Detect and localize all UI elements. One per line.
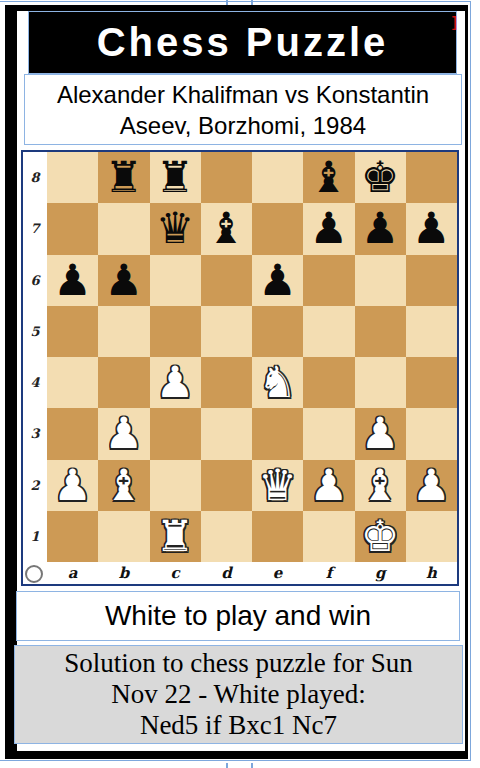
board-grid: 8♜♜♝♚7♛♝♟♟♟6♟♟♟54♟♞3♟♟2♟♝♛♟♝♟1♜♚abcdefgh bbox=[23, 152, 457, 584]
rank-label-2: 2 bbox=[23, 460, 47, 511]
black-pawn-g7: ♟ bbox=[361, 207, 400, 250]
square-a7 bbox=[47, 203, 98, 254]
file-label-c: c bbox=[150, 562, 201, 584]
rank-label-8: 8 bbox=[23, 152, 47, 203]
white-bishop-g2: ♝ bbox=[361, 464, 400, 507]
square-g8: ♚ bbox=[355, 152, 406, 203]
black-bishop-f8: ♝ bbox=[310, 156, 349, 199]
square-d5 bbox=[201, 306, 252, 357]
square-d7: ♝ bbox=[201, 203, 252, 254]
rank-label-7: 7 bbox=[23, 203, 47, 254]
white-knight-e4: ♞ bbox=[258, 361, 297, 404]
square-e5 bbox=[252, 306, 303, 357]
rank-label-5: 5 bbox=[23, 306, 47, 357]
file-label-f: f bbox=[303, 562, 354, 584]
square-c6 bbox=[150, 255, 201, 306]
square-e3 bbox=[252, 408, 303, 459]
file-label-b: b bbox=[98, 562, 149, 584]
square-g7: ♟ bbox=[355, 203, 406, 254]
prompt-text: White to play and win bbox=[105, 600, 371, 632]
square-g3: ♟ bbox=[355, 408, 406, 459]
file-label-g: g bbox=[355, 562, 406, 584]
solution-box: Solution to chess puzzle for Sun Nov 22 … bbox=[14, 645, 463, 744]
square-h1 bbox=[406, 511, 457, 562]
square-e4: ♞ bbox=[252, 357, 303, 408]
chess-board: 8♜♜♝♚7♛♝♟♟♟6♟♟♟54♟♞3♟♟2♟♝♛♟♝♟1♜♚abcdefgh bbox=[21, 150, 459, 586]
square-h7: ♟ bbox=[406, 203, 457, 254]
square-a6: ♟ bbox=[47, 255, 98, 306]
square-c7: ♛ bbox=[150, 203, 201, 254]
black-pawn-f7: ♟ bbox=[310, 207, 349, 250]
selection-handle-bottom-right bbox=[251, 763, 253, 768]
rank-label-6: 6 bbox=[23, 255, 47, 306]
black-rook-c8: ♜ bbox=[156, 156, 195, 199]
square-e2: ♛ bbox=[252, 460, 303, 511]
square-f5 bbox=[303, 306, 354, 357]
square-b5 bbox=[98, 306, 149, 357]
square-d8 bbox=[201, 152, 252, 203]
square-f2: ♟ bbox=[303, 460, 354, 511]
file-label-h: h bbox=[406, 562, 457, 584]
puzzle-card: Chess Puzzle ] Alexander Khalifman vs Ko… bbox=[0, 0, 480, 768]
square-e7 bbox=[252, 203, 303, 254]
black-pawn-h7: ♟ bbox=[412, 207, 451, 250]
white-queen-e2: ♛ bbox=[258, 464, 297, 507]
white-pawn-c4: ♟ bbox=[156, 361, 195, 404]
square-b7 bbox=[98, 203, 149, 254]
square-d4 bbox=[201, 357, 252, 408]
red-artifact-mark: ] bbox=[452, 13, 457, 30]
file-label-d: d bbox=[201, 562, 252, 584]
square-f7: ♟ bbox=[303, 203, 354, 254]
square-b6: ♟ bbox=[98, 255, 149, 306]
square-c3 bbox=[150, 408, 201, 459]
square-e1 bbox=[252, 511, 303, 562]
black-queen-c7: ♛ bbox=[156, 207, 195, 250]
title-banner: Chess Puzzle bbox=[28, 11, 457, 74]
white-pawn-f2: ♟ bbox=[310, 464, 349, 507]
square-h6 bbox=[406, 255, 457, 306]
square-d6 bbox=[201, 255, 252, 306]
square-h2: ♟ bbox=[406, 460, 457, 511]
subtitle-line-1: Alexander Khalifman vs Konstantin bbox=[57, 79, 429, 110]
square-b2: ♝ bbox=[98, 460, 149, 511]
square-g2: ♝ bbox=[355, 460, 406, 511]
square-g4 bbox=[355, 357, 406, 408]
square-e8 bbox=[252, 152, 303, 203]
white-pawn-b3: ♟ bbox=[105, 412, 144, 455]
rank-label-1: 1 bbox=[23, 511, 47, 562]
square-h5 bbox=[406, 306, 457, 357]
square-d2 bbox=[201, 460, 252, 511]
square-f6 bbox=[303, 255, 354, 306]
black-pawn-e6: ♟ bbox=[258, 259, 297, 302]
prompt-box: White to play and win bbox=[16, 591, 460, 641]
square-f1 bbox=[303, 511, 354, 562]
square-e6: ♟ bbox=[252, 255, 303, 306]
subtitle-line-2: Aseev, Borzhomi, 1984 bbox=[120, 110, 366, 141]
square-b3: ♟ bbox=[98, 408, 149, 459]
square-h3 bbox=[406, 408, 457, 459]
page-title: Chess Puzzle bbox=[97, 20, 389, 65]
square-a5 bbox=[47, 306, 98, 357]
square-f4 bbox=[303, 357, 354, 408]
square-c2 bbox=[150, 460, 201, 511]
square-f8: ♝ bbox=[303, 152, 354, 203]
square-d1 bbox=[201, 511, 252, 562]
white-rook-c1: ♜ bbox=[156, 515, 195, 558]
black-pawn-a6: ♟ bbox=[53, 259, 92, 302]
square-a8 bbox=[47, 152, 98, 203]
rank-label-4: 4 bbox=[23, 357, 47, 408]
square-c4: ♟ bbox=[150, 357, 201, 408]
black-king-g8: ♚ bbox=[361, 156, 400, 199]
black-bishop-d7: ♝ bbox=[207, 207, 246, 250]
white-pawn-h2: ♟ bbox=[412, 464, 451, 507]
players-subtitle: Alexander Khalifman vs Konstantin Aseev,… bbox=[24, 74, 462, 145]
square-a4 bbox=[47, 357, 98, 408]
square-h8 bbox=[406, 152, 457, 203]
selection-handle-bottom-left bbox=[226, 763, 228, 768]
square-a2: ♟ bbox=[47, 460, 98, 511]
square-a1 bbox=[47, 511, 98, 562]
square-c5 bbox=[150, 306, 201, 357]
solution-line-2: Nov 22 - White played: bbox=[111, 679, 365, 710]
square-g1: ♚ bbox=[355, 511, 406, 562]
white-pawn-a2: ♟ bbox=[53, 464, 92, 507]
square-d3 bbox=[201, 408, 252, 459]
black-pawn-b6: ♟ bbox=[105, 259, 144, 302]
file-label-a: a bbox=[47, 562, 98, 584]
square-g6 bbox=[355, 255, 406, 306]
square-a3 bbox=[47, 408, 98, 459]
square-f3 bbox=[303, 408, 354, 459]
square-c1: ♜ bbox=[150, 511, 201, 562]
file-label-e: e bbox=[252, 562, 303, 584]
rank-label-3: 3 bbox=[23, 408, 47, 459]
square-c8: ♜ bbox=[150, 152, 201, 203]
square-b1 bbox=[98, 511, 149, 562]
square-b4 bbox=[98, 357, 149, 408]
white-to-move-icon bbox=[25, 565, 43, 583]
solution-line-3: Ned5 if Bxc1 Nc7 bbox=[140, 710, 337, 741]
square-h4 bbox=[406, 357, 457, 408]
square-b8: ♜ bbox=[98, 152, 149, 203]
white-pawn-g3: ♟ bbox=[361, 412, 400, 455]
square-g5 bbox=[355, 306, 406, 357]
solution-line-1: Solution to chess puzzle for Sun bbox=[64, 648, 413, 679]
black-rook-b8: ♜ bbox=[105, 156, 144, 199]
white-bishop-b2: ♝ bbox=[105, 464, 144, 507]
white-king-g1: ♚ bbox=[361, 515, 400, 558]
